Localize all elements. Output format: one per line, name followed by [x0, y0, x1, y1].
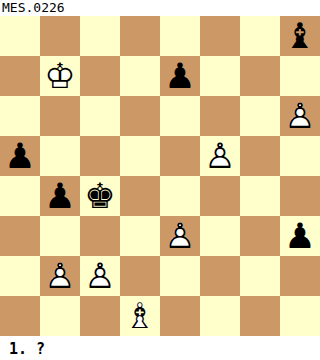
square-g3[interactable] — [240, 216, 280, 256]
puzzle-id: MES.0226 — [0, 0, 320, 16]
square-a8[interactable] — [0, 16, 40, 56]
square-f1[interactable] — [200, 296, 240, 336]
black-pawn-icon: ♟ — [160, 56, 200, 96]
square-d2[interactable] — [120, 256, 160, 296]
square-a7[interactable] — [0, 56, 40, 96]
square-c8[interactable] — [80, 16, 120, 56]
square-g2[interactable] — [240, 256, 280, 296]
square-a3[interactable] — [0, 216, 40, 256]
square-a4[interactable] — [0, 176, 40, 216]
square-b4[interactable]: ♟ — [40, 176, 80, 216]
square-g8[interactable] — [240, 16, 280, 56]
square-e1[interactable] — [160, 296, 200, 336]
square-h6[interactable]: ♟♙ — [280, 96, 320, 136]
square-d5[interactable] — [120, 136, 160, 176]
black-pawn-icon: ♟ — [40, 176, 80, 216]
square-c7[interactable] — [80, 56, 120, 96]
square-c1[interactable] — [80, 296, 120, 336]
black-king-icon: ♚ — [80, 176, 120, 216]
white-bishop-icon: ♝♗ — [120, 296, 160, 336]
square-b7[interactable]: ♚♔ — [40, 56, 80, 96]
move-prompt: 1. ? — [0, 336, 320, 358]
square-f7[interactable] — [200, 56, 240, 96]
square-a5[interactable]: ♟ — [0, 136, 40, 176]
square-a6[interactable] — [0, 96, 40, 136]
square-f6[interactable] — [200, 96, 240, 136]
square-d3[interactable] — [120, 216, 160, 256]
square-b2[interactable]: ♟♙ — [40, 256, 80, 296]
chess-puzzle-app: MES.0226 ♝♚♔♟♟♙♟♟♙♟♚♟♙♟♟♙♟♙♝♗ 1. ? — [0, 0, 320, 360]
square-f3[interactable] — [200, 216, 240, 256]
square-b6[interactable] — [40, 96, 80, 136]
square-d1[interactable]: ♝♗ — [120, 296, 160, 336]
square-h4[interactable] — [280, 176, 320, 216]
white-pawn-icon: ♟♙ — [280, 96, 320, 136]
white-king-icon: ♚♔ — [40, 56, 80, 96]
square-e6[interactable] — [160, 96, 200, 136]
white-pawn-icon: ♟♙ — [40, 256, 80, 296]
square-b8[interactable] — [40, 16, 80, 56]
square-d6[interactable] — [120, 96, 160, 136]
black-bishop-icon: ♝ — [280, 16, 320, 56]
square-d8[interactable] — [120, 16, 160, 56]
square-c3[interactable] — [80, 216, 120, 256]
white-pawn-icon: ♟♙ — [80, 256, 120, 296]
square-h5[interactable] — [280, 136, 320, 176]
square-c5[interactable] — [80, 136, 120, 176]
square-h1[interactable] — [280, 296, 320, 336]
square-g4[interactable] — [240, 176, 280, 216]
square-g6[interactable] — [240, 96, 280, 136]
square-h3[interactable]: ♟ — [280, 216, 320, 256]
square-h8[interactable]: ♝ — [280, 16, 320, 56]
square-b3[interactable] — [40, 216, 80, 256]
square-h7[interactable] — [280, 56, 320, 96]
square-b5[interactable] — [40, 136, 80, 176]
square-f5[interactable]: ♟♙ — [200, 136, 240, 176]
square-c4[interactable]: ♚ — [80, 176, 120, 216]
black-pawn-icon: ♟ — [280, 216, 320, 256]
square-g1[interactable] — [240, 296, 280, 336]
square-a1[interactable] — [0, 296, 40, 336]
square-h2[interactable] — [280, 256, 320, 296]
square-b1[interactable] — [40, 296, 80, 336]
square-d4[interactable] — [120, 176, 160, 216]
square-c6[interactable] — [80, 96, 120, 136]
square-d7[interactable] — [120, 56, 160, 96]
white-pawn-icon: ♟♙ — [200, 136, 240, 176]
square-f4[interactable] — [200, 176, 240, 216]
square-e8[interactable] — [160, 16, 200, 56]
square-e2[interactable] — [160, 256, 200, 296]
square-g7[interactable] — [240, 56, 280, 96]
chess-board: ♝♚♔♟♟♙♟♟♙♟♚♟♙♟♟♙♟♙♝♗ — [0, 16, 320, 336]
square-f2[interactable] — [200, 256, 240, 296]
square-a2[interactable] — [0, 256, 40, 296]
square-f8[interactable] — [200, 16, 240, 56]
black-pawn-icon: ♟ — [0, 136, 40, 176]
square-c2[interactable]: ♟♙ — [80, 256, 120, 296]
square-g5[interactable] — [240, 136, 280, 176]
white-pawn-icon: ♟♙ — [160, 216, 200, 256]
square-e5[interactable] — [160, 136, 200, 176]
square-e4[interactable] — [160, 176, 200, 216]
square-e7[interactable]: ♟ — [160, 56, 200, 96]
square-e3[interactable]: ♟♙ — [160, 216, 200, 256]
